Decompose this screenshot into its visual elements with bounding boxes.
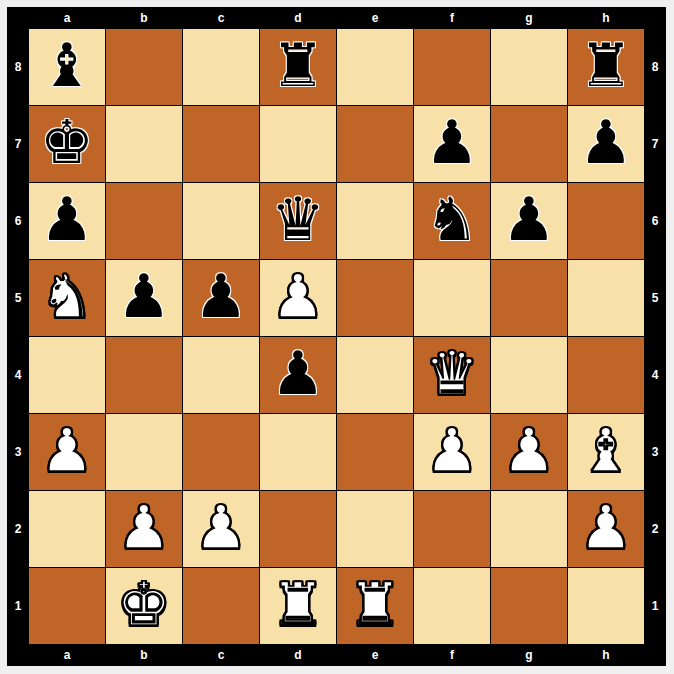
white-pawn-c2[interactable]: ♟ [194, 497, 248, 557]
white-knight-a5[interactable]: ♞ [40, 266, 94, 326]
square-g8[interactable] [491, 29, 567, 105]
white-bishop-h3[interactable]: ♝ [579, 420, 633, 480]
rank-label-6: 6 [644, 183, 666, 259]
square-c7[interactable] [183, 106, 259, 182]
square-c6[interactable] [183, 183, 259, 259]
file-label-d: d [260, 7, 336, 29]
square-d1[interactable]: ♜ [260, 568, 336, 644]
black-pawn-h7[interactable]: ♟ [579, 112, 633, 172]
white-pawn-b2[interactable]: ♟ [117, 497, 171, 557]
square-b3[interactable] [106, 414, 182, 490]
file-label-f: f [414, 7, 490, 29]
square-c4[interactable] [183, 337, 259, 413]
square-g4[interactable] [491, 337, 567, 413]
square-h1[interactable] [568, 568, 644, 644]
square-h5[interactable] [568, 260, 644, 336]
white-pawn-h2[interactable]: ♟ [579, 497, 633, 557]
square-d6[interactable]: ♛ [260, 183, 336, 259]
square-b2[interactable]: ♟ [106, 491, 182, 567]
file-label-e: e [337, 644, 413, 666]
white-pawn-a3[interactable]: ♟ [40, 420, 94, 480]
rank-label-2: 2 [7, 491, 29, 567]
page-background: abcdefgh abcdefgh 87654321 87654321 ♝♜♜♚… [0, 0, 674, 674]
white-pawn-g3[interactable]: ♟ [502, 420, 556, 480]
square-g6[interactable]: ♟ [491, 183, 567, 259]
square-c5[interactable]: ♟ [183, 260, 259, 336]
rank-label-8: 8 [7, 29, 29, 105]
black-bishop-a8[interactable]: ♝ [40, 35, 94, 95]
file-label-h: h [568, 644, 644, 666]
square-c8[interactable] [183, 29, 259, 105]
square-e2[interactable] [337, 491, 413, 567]
file-labels-top: abcdefgh [29, 7, 644, 29]
rank-label-1: 1 [7, 568, 29, 644]
black-pawn-a6[interactable]: ♟ [40, 189, 94, 249]
square-e5[interactable] [337, 260, 413, 336]
square-h6[interactable] [568, 183, 644, 259]
rank-label-4: 4 [7, 337, 29, 413]
square-g3[interactable]: ♟ [491, 414, 567, 490]
white-rook-e1[interactable]: ♜ [348, 574, 402, 634]
square-e7[interactable] [337, 106, 413, 182]
square-b6[interactable] [106, 183, 182, 259]
file-label-f: f [414, 644, 490, 666]
black-rook-d8[interactable]: ♜ [271, 35, 325, 95]
square-a8[interactable]: ♝ [29, 29, 105, 105]
file-label-d: d [260, 644, 336, 666]
square-d5[interactable]: ♟ [260, 260, 336, 336]
square-b1[interactable]: ♚ [106, 568, 182, 644]
white-queen-f4[interactable]: ♛ [425, 343, 479, 403]
square-c3[interactable] [183, 414, 259, 490]
black-queen-d6[interactable]: ♛ [271, 189, 325, 249]
rank-label-3: 3 [644, 414, 666, 490]
black-pawn-b5[interactable]: ♟ [117, 266, 171, 326]
square-f4[interactable]: ♛ [414, 337, 490, 413]
square-d8[interactable]: ♜ [260, 29, 336, 105]
square-h7[interactable]: ♟ [568, 106, 644, 182]
square-a5[interactable]: ♞ [29, 260, 105, 336]
rank-label-8: 8 [644, 29, 666, 105]
rank-label-7: 7 [644, 106, 666, 182]
square-h4[interactable] [568, 337, 644, 413]
file-label-g: g [491, 7, 567, 29]
square-g7[interactable] [491, 106, 567, 182]
file-label-b: b [106, 644, 182, 666]
rank-label-5: 5 [7, 260, 29, 336]
square-a7[interactable]: ♚ [29, 106, 105, 182]
square-g2[interactable] [491, 491, 567, 567]
file-label-b: b [106, 7, 182, 29]
black-pawn-f7[interactable]: ♟ [425, 112, 479, 172]
square-e8[interactable] [337, 29, 413, 105]
black-pawn-c5[interactable]: ♟ [194, 266, 248, 326]
black-pawn-g6[interactable]: ♟ [502, 189, 556, 249]
square-f5[interactable] [414, 260, 490, 336]
square-g1[interactable] [491, 568, 567, 644]
square-d2[interactable] [260, 491, 336, 567]
file-label-c: c [183, 644, 259, 666]
square-h3[interactable]: ♝ [568, 414, 644, 490]
file-label-g: g [491, 644, 567, 666]
rank-label-5: 5 [644, 260, 666, 336]
file-label-c: c [183, 7, 259, 29]
square-e4[interactable] [337, 337, 413, 413]
square-f7[interactable]: ♟ [414, 106, 490, 182]
file-labels-bottom: abcdefgh [29, 644, 644, 666]
file-label-a: a [29, 644, 105, 666]
square-h2[interactable]: ♟ [568, 491, 644, 567]
square-d4[interactable]: ♟ [260, 337, 336, 413]
square-f6[interactable]: ♞ [414, 183, 490, 259]
square-f8[interactable] [414, 29, 490, 105]
chess-board-frame: abcdefgh abcdefgh 87654321 87654321 ♝♜♜♚… [7, 7, 666, 666]
square-a3[interactable]: ♟ [29, 414, 105, 490]
square-b5[interactable]: ♟ [106, 260, 182, 336]
black-pawn-d4[interactable]: ♟ [271, 343, 325, 403]
white-king-b1[interactable]: ♚ [117, 574, 171, 634]
rank-label-7: 7 [7, 106, 29, 182]
square-b4[interactable] [106, 337, 182, 413]
chess-board: ♝♜♜♚♟♟♟♛♞♟♞♟♟♟♟♛♟♟♟♝♟♟♟♚♜♜ [29, 29, 644, 644]
black-rook-h8[interactable]: ♜ [579, 35, 633, 95]
rank-label-1: 1 [644, 568, 666, 644]
square-a2[interactable] [29, 491, 105, 567]
square-d3[interactable] [260, 414, 336, 490]
square-e3[interactable] [337, 414, 413, 490]
rank-label-2: 2 [644, 491, 666, 567]
rank-labels-right: 87654321 [644, 29, 666, 644]
rank-label-4: 4 [644, 337, 666, 413]
square-e1[interactable]: ♜ [337, 568, 413, 644]
file-label-h: h [568, 7, 644, 29]
rank-labels-left: 87654321 [7, 29, 29, 644]
square-e6[interactable] [337, 183, 413, 259]
square-a1[interactable] [29, 568, 105, 644]
white-pawn-f3[interactable]: ♟ [425, 420, 479, 480]
file-label-e: e [337, 7, 413, 29]
square-f2[interactable] [414, 491, 490, 567]
square-c2[interactable]: ♟ [183, 491, 259, 567]
rank-label-6: 6 [7, 183, 29, 259]
white-rook-d1[interactable]: ♜ [271, 574, 325, 634]
square-h8[interactable]: ♜ [568, 29, 644, 105]
rank-label-3: 3 [7, 414, 29, 490]
square-c1[interactable] [183, 568, 259, 644]
black-king-a7[interactable]: ♚ [40, 112, 94, 172]
white-pawn-d5[interactable]: ♟ [271, 266, 325, 326]
black-knight-f6[interactable]: ♞ [425, 189, 479, 249]
square-g5[interactable] [491, 260, 567, 336]
square-d7[interactable] [260, 106, 336, 182]
square-b8[interactable] [106, 29, 182, 105]
square-b7[interactable] [106, 106, 182, 182]
square-a6[interactable]: ♟ [29, 183, 105, 259]
square-a4[interactable] [29, 337, 105, 413]
file-label-a: a [29, 7, 105, 29]
square-f1[interactable] [414, 568, 490, 644]
square-f3[interactable]: ♟ [414, 414, 490, 490]
